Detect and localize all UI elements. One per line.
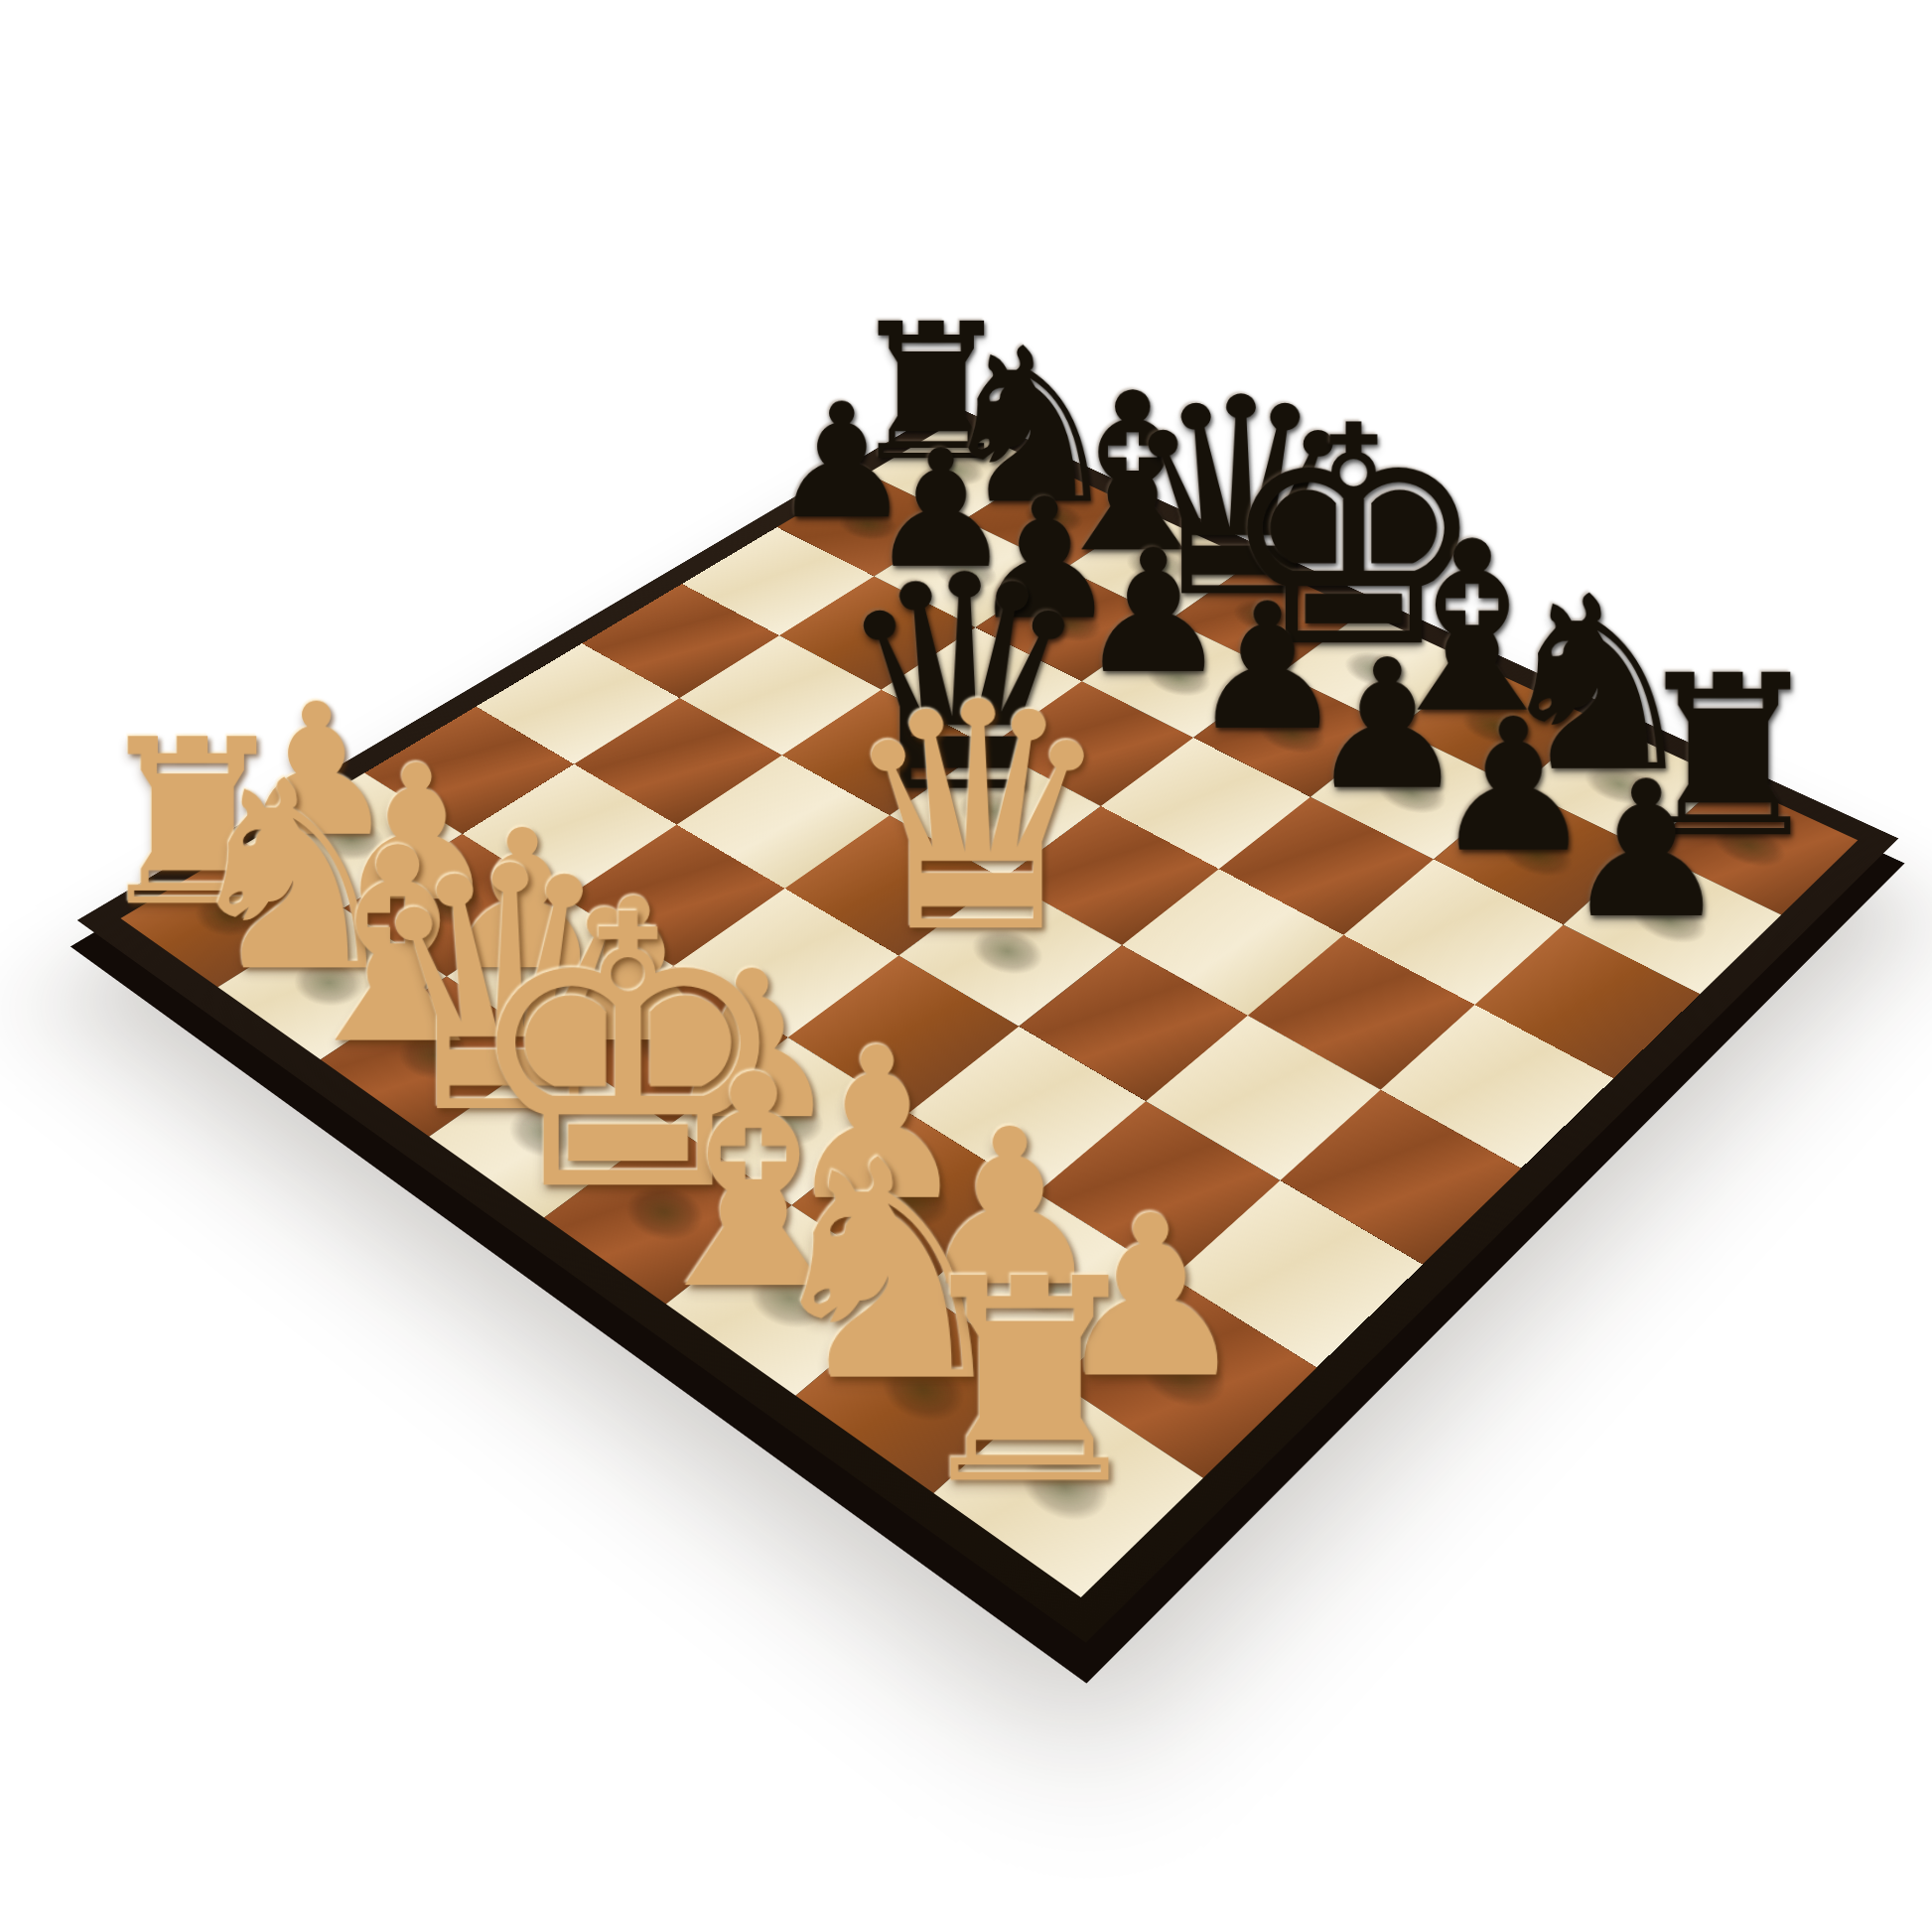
- chessboard-grid: ♜♞♝♛♚♝♞♜♟♟♟♟♟♟♟♟♛♛♟♟♟♟♟♟♟♟♜♞♝♛♚♝♞♜: [120, 422, 1858, 1597]
- square-f6: [1219, 797, 1434, 935]
- square-h7: ♟: [1564, 850, 1782, 994]
- piece-white-queen-e4: ♛: [836, 661, 1118, 976]
- piece-white-rook-h1: ♜: [903, 1242, 1156, 1523]
- piece-black-pawn-h7: ♟: [1562, 757, 1730, 945]
- photo-background: ♜♞♝♛♚♝♞♜♟♟♟♟♟♟♟♟♛♛♟♟♟♟♟♟♟♟♜♞♝♛♚♝♞♜: [0, 0, 1932, 1932]
- chessboard-frame: ♜♞♝♛♚♝♞♜♟♟♟♟♟♟♟♟♛♛♟♟♟♟♟♟♟♟♜♞♝♛♚♝♞♜: [77, 404, 1898, 1642]
